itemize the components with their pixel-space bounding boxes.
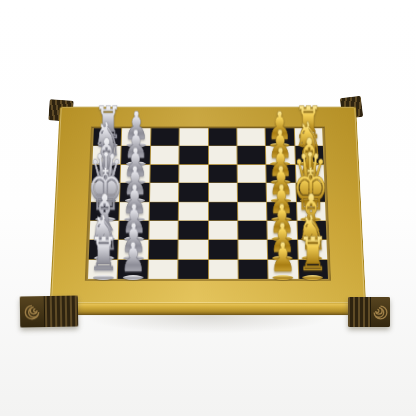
piece-black-rook-h8[interactable]: ♜ (299, 231, 328, 277)
foot-flutes (44, 295, 78, 327)
corner-foot-front-right (348, 297, 390, 327)
volute-icon (371, 297, 390, 327)
corner-foot-front-left (20, 295, 79, 327)
foot-flutes (348, 297, 371, 327)
chess-set-photo: ♜♟♟♜♞♟♟♞♝♟♟♝♛♟♟♛♚♟♟♚♝♟♟♝♞♟♟♞♜♟♟♜ (0, 0, 416, 416)
piece-white-pawn-h2[interactable]: ♟ (121, 237, 146, 277)
chess-board: ♜♟♟♜♞♟♟♞♝♟♟♝♛♟♟♛♚♟♟♚♝♟♟♝♞♟♟♞♜♟♟♜ (51, 107, 365, 302)
piece-white-rook-h1[interactable]: ♜ (89, 231, 118, 277)
piece-layer: ♜♟♟♜♞♟♟♞♝♟♟♝♛♟♟♛♚♟♟♚♝♟♟♝♞♟♟♞♜♟♟♜ (88, 128, 328, 278)
piece-black-pawn-h7[interactable]: ♟ (270, 237, 295, 277)
volute-icon (20, 296, 45, 327)
board-front-edge (53, 303, 363, 315)
